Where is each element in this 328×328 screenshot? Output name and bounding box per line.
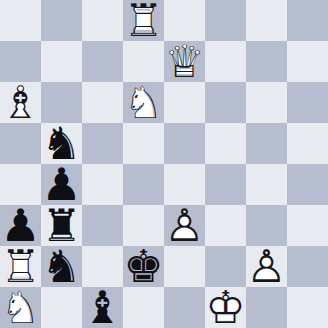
square-e1[interactable] xyxy=(164,287,205,328)
square-c5[interactable] xyxy=(82,123,123,164)
piece-white-king-fill: ♚ xyxy=(205,287,246,328)
square-b6[interactable] xyxy=(41,82,82,123)
piece-white-rook: ♖ xyxy=(0,246,41,287)
square-c8[interactable] xyxy=(82,0,123,41)
square-c1[interactable]: ♝ xyxy=(82,287,123,328)
square-a1[interactable]: ♞♘ xyxy=(0,287,41,328)
piece-white-rook-fill: ♜ xyxy=(123,0,164,41)
piece-black-bishop: ♝ xyxy=(82,287,123,328)
square-a2[interactable]: ♜♖ xyxy=(0,246,41,287)
piece-black-rook: ♜ xyxy=(41,205,82,246)
piece-white-knight: ♘ xyxy=(0,287,41,328)
square-f2[interactable] xyxy=(205,246,246,287)
square-h6[interactable] xyxy=(287,82,328,123)
square-f7[interactable] xyxy=(205,41,246,82)
square-h5[interactable] xyxy=(287,123,328,164)
chess-board: ♜♖♛♕♝♗♞♘♞♟♟♜♟♙♜♖♞♚♟♙♞♘♝♚♔ xyxy=(0,0,328,328)
square-d3[interactable] xyxy=(123,205,164,246)
square-f4[interactable] xyxy=(205,164,246,205)
square-g6[interactable] xyxy=(246,82,287,123)
square-d7[interactable] xyxy=(123,41,164,82)
square-f5[interactable] xyxy=(205,123,246,164)
piece-white-pawn: ♙ xyxy=(246,246,287,287)
square-d4[interactable] xyxy=(123,164,164,205)
square-d6[interactable]: ♞♘ xyxy=(123,82,164,123)
piece-white-queen-fill: ♛ xyxy=(164,41,205,82)
square-d5[interactable] xyxy=(123,123,164,164)
piece-white-knight-fill: ♞ xyxy=(123,82,164,123)
square-e8[interactable] xyxy=(164,0,205,41)
square-f3[interactable] xyxy=(205,205,246,246)
piece-white-bishop: ♗ xyxy=(0,82,41,123)
square-b8[interactable] xyxy=(41,0,82,41)
piece-white-rook-fill: ♜ xyxy=(0,246,41,287)
piece-black-knight: ♞ xyxy=(41,246,82,287)
square-e2[interactable] xyxy=(164,246,205,287)
piece-black-king: ♚ xyxy=(123,246,164,287)
square-h2[interactable] xyxy=(287,246,328,287)
piece-white-pawn: ♙ xyxy=(164,205,205,246)
square-f8[interactable] xyxy=(205,0,246,41)
piece-white-pawn-fill: ♟ xyxy=(246,246,287,287)
piece-white-knight-fill: ♞ xyxy=(0,287,41,328)
piece-black-pawn: ♟ xyxy=(41,164,82,205)
square-c7[interactable] xyxy=(82,41,123,82)
square-a3[interactable]: ♟ xyxy=(0,205,41,246)
square-h7[interactable] xyxy=(287,41,328,82)
square-h1[interactable] xyxy=(287,287,328,328)
piece-white-rook: ♖ xyxy=(123,0,164,41)
square-e5[interactable] xyxy=(164,123,205,164)
square-c4[interactable] xyxy=(82,164,123,205)
square-g2[interactable]: ♟♙ xyxy=(246,246,287,287)
square-g1[interactable] xyxy=(246,287,287,328)
square-e3[interactable]: ♟♙ xyxy=(164,205,205,246)
square-a4[interactable] xyxy=(0,164,41,205)
square-f1[interactable]: ♚♔ xyxy=(205,287,246,328)
square-a8[interactable] xyxy=(0,0,41,41)
square-d2[interactable]: ♚ xyxy=(123,246,164,287)
square-d1[interactable] xyxy=(123,287,164,328)
square-c3[interactable] xyxy=(82,205,123,246)
square-h3[interactable] xyxy=(287,205,328,246)
piece-white-bishop-fill: ♝ xyxy=(0,82,41,123)
square-c6[interactable] xyxy=(82,82,123,123)
piece-white-pawn-fill: ♟ xyxy=(164,205,205,246)
square-b5[interactable]: ♞ xyxy=(41,123,82,164)
square-g4[interactable] xyxy=(246,164,287,205)
square-d8[interactable]: ♜♖ xyxy=(123,0,164,41)
square-e6[interactable] xyxy=(164,82,205,123)
square-e7[interactable]: ♛♕ xyxy=(164,41,205,82)
square-c2[interactable] xyxy=(82,246,123,287)
piece-white-queen: ♕ xyxy=(164,41,205,82)
square-g7[interactable] xyxy=(246,41,287,82)
square-h8[interactable] xyxy=(287,0,328,41)
square-b2[interactable]: ♞ xyxy=(41,246,82,287)
square-a5[interactable] xyxy=(0,123,41,164)
square-a7[interactable] xyxy=(0,41,41,82)
square-g3[interactable] xyxy=(246,205,287,246)
square-b1[interactable] xyxy=(41,287,82,328)
square-h4[interactable] xyxy=(287,164,328,205)
square-f6[interactable] xyxy=(205,82,246,123)
square-g8[interactable] xyxy=(246,0,287,41)
piece-white-king: ♔ xyxy=(205,287,246,328)
square-b3[interactable]: ♜ xyxy=(41,205,82,246)
piece-white-knight: ♘ xyxy=(123,82,164,123)
piece-black-knight: ♞ xyxy=(41,123,82,164)
square-b7[interactable] xyxy=(41,41,82,82)
piece-black-pawn: ♟ xyxy=(0,205,41,246)
square-a6[interactable]: ♝♗ xyxy=(0,82,41,123)
square-g5[interactable] xyxy=(246,123,287,164)
square-b4[interactable]: ♟ xyxy=(41,164,82,205)
square-e4[interactable] xyxy=(164,164,205,205)
